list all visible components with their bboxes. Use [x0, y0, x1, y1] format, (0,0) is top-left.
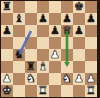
square-b8[interactable]	[13, 1, 25, 13]
square-h8[interactable]	[85, 1, 97, 13]
square-d6[interactable]	[37, 25, 49, 37]
piece-black-pawn: ♟	[85, 13, 97, 25]
piece-white-bishop: ♝	[37, 61, 49, 73]
square-a4[interactable]	[1, 49, 13, 61]
square-d7[interactable]: ♟	[37, 13, 49, 25]
piece-white-rook: ♜	[85, 85, 97, 97]
chess-screenshot: { "game": "chess", "position": { "fen": …	[0, 0, 100, 98]
square-c1[interactable]	[25, 85, 37, 97]
piece-white-pawn: ♟	[1, 73, 13, 85]
square-d4[interactable]	[37, 49, 49, 61]
square-h3[interactable]	[85, 61, 97, 73]
square-c6[interactable]	[25, 25, 37, 37]
square-e7[interactable]	[49, 13, 61, 25]
square-h6[interactable]	[85, 25, 97, 37]
square-e2[interactable]	[49, 73, 61, 85]
square-c8[interactable]	[25, 1, 37, 13]
piece-black-king: ♚	[73, 1, 85, 13]
square-a5[interactable]	[1, 37, 13, 49]
board-grid: ♜♚♝♟♟♟♟♟♛♟♞♟♜♝♟♞♞♟♟♚♜♜	[1, 1, 97, 97]
square-c4[interactable]	[25, 49, 37, 61]
piece-black-bishop: ♝	[13, 13, 25, 25]
square-e5[interactable]	[49, 37, 61, 49]
square-a3[interactable]	[1, 61, 13, 73]
square-c5[interactable]	[25, 37, 37, 49]
square-b1[interactable]	[13, 85, 25, 97]
square-b7[interactable]: ♝	[13, 13, 25, 25]
square-g6[interactable]: ♟	[73, 25, 85, 37]
square-g4[interactable]	[73, 49, 85, 61]
square-g7[interactable]	[73, 13, 85, 25]
square-c2[interactable]: ♞	[25, 73, 37, 85]
piece-black-pawn: ♟	[1, 25, 13, 37]
square-f8[interactable]	[61, 1, 73, 13]
square-h5[interactable]	[85, 37, 97, 49]
square-h2[interactable]: ♟	[85, 73, 97, 85]
square-f1[interactable]	[61, 85, 73, 97]
square-e6[interactable]: ♟	[49, 25, 61, 37]
square-b3[interactable]	[13, 61, 25, 73]
square-h1[interactable]: ♜	[85, 85, 97, 97]
square-h7[interactable]: ♟	[85, 13, 97, 25]
square-g2[interactable]: ♟	[73, 73, 85, 85]
square-f4[interactable]	[61, 49, 73, 61]
square-d1[interactable]: ♜	[37, 85, 49, 97]
square-e8[interactable]	[49, 1, 61, 13]
square-a7[interactable]	[1, 13, 13, 25]
square-f6[interactable]: ♛	[61, 25, 73, 37]
square-h4[interactable]	[85, 49, 97, 61]
piece-white-pawn: ♟	[49, 49, 61, 61]
piece-white-rook: ♜	[37, 85, 49, 97]
square-a6[interactable]: ♟	[1, 25, 13, 37]
piece-white-king: ♚	[1, 85, 13, 97]
piece-black-rook: ♜	[1, 1, 13, 13]
piece-white-knight: ♞	[25, 73, 37, 85]
piece-white-knight: ♞	[61, 73, 73, 85]
square-g5[interactable]	[73, 37, 85, 49]
piece-black-pawn: ♟	[73, 25, 85, 37]
square-c7[interactable]	[25, 13, 37, 25]
square-c3[interactable]: ♜	[25, 61, 37, 73]
square-b2[interactable]	[13, 73, 25, 85]
square-a8[interactable]: ♜	[1, 1, 13, 13]
piece-black-pawn: ♟	[49, 25, 61, 37]
square-g8[interactable]: ♚	[73, 1, 85, 13]
square-d8[interactable]	[37, 1, 49, 13]
piece-black-queen: ♛	[61, 25, 73, 37]
square-e1[interactable]	[49, 85, 61, 97]
piece-white-pawn: ♟	[85, 73, 97, 85]
square-e3[interactable]	[49, 61, 61, 73]
square-f3[interactable]	[61, 61, 73, 73]
square-d5[interactable]	[37, 37, 49, 49]
square-f7[interactable]: ♟	[61, 13, 73, 25]
square-b4[interactable]: ♞	[13, 49, 25, 61]
square-a2[interactable]: ♟	[1, 73, 13, 85]
chess-board[interactable]: ♜♚♝♟♟♟♟♟♛♟♞♟♜♝♟♞♞♟♟♚♜♜	[1, 1, 97, 97]
piece-white-pawn: ♟	[73, 73, 85, 85]
square-a1[interactable]: ♚	[1, 85, 13, 97]
piece-black-knight: ♞	[13, 49, 25, 61]
square-b5[interactable]	[13, 37, 25, 49]
piece-black-rook: ♜	[25, 61, 37, 73]
square-d2[interactable]	[37, 73, 49, 85]
square-b6[interactable]	[13, 25, 25, 37]
piece-black-pawn: ♟	[37, 13, 49, 25]
square-f2[interactable]: ♞	[61, 73, 73, 85]
square-g3[interactable]	[73, 61, 85, 73]
square-f5[interactable]	[61, 37, 73, 49]
square-g1[interactable]	[73, 85, 85, 97]
square-e4[interactable]: ♟	[49, 49, 61, 61]
square-d3[interactable]: ♝	[37, 61, 49, 73]
piece-black-pawn: ♟	[61, 13, 73, 25]
